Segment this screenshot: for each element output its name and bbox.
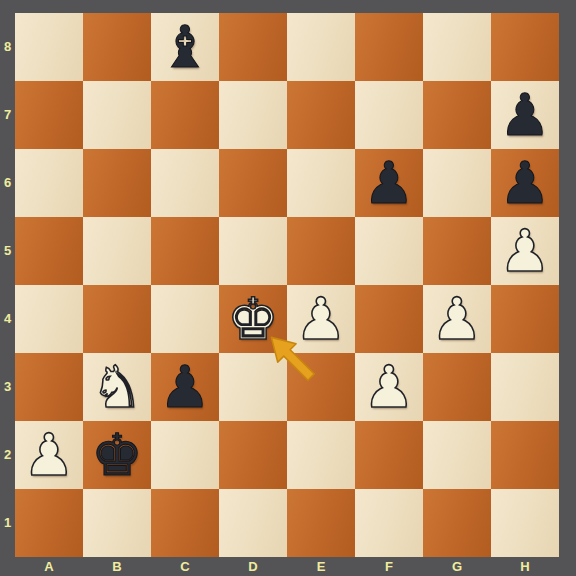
square-h8[interactable] xyxy=(491,13,559,81)
piece-white-knight[interactable]: ♞ xyxy=(83,353,151,421)
rank-label-8: 8 xyxy=(0,13,15,81)
file-label-h: H xyxy=(491,557,559,576)
square-g8[interactable] xyxy=(423,13,491,81)
square-f3[interactable]: ♟ xyxy=(355,353,423,421)
rank-label-1: 1 xyxy=(0,489,15,557)
rank-label-4: 4 xyxy=(0,285,15,353)
square-g1[interactable] xyxy=(423,489,491,557)
rank-label-7: 7 xyxy=(0,81,15,149)
piece-white-king[interactable]: ♚ xyxy=(219,285,287,353)
square-e5[interactable] xyxy=(287,217,355,285)
square-a1[interactable] xyxy=(15,489,83,557)
square-c7[interactable] xyxy=(151,81,219,149)
piece-black-pawn[interactable]: ♟ xyxy=(355,149,423,217)
square-b4[interactable] xyxy=(83,285,151,353)
square-b1[interactable] xyxy=(83,489,151,557)
square-f7[interactable] xyxy=(355,81,423,149)
square-b5[interactable] xyxy=(83,217,151,285)
square-e2[interactable] xyxy=(287,421,355,489)
square-f8[interactable] xyxy=(355,13,423,81)
square-d2[interactable] xyxy=(219,421,287,489)
rank-label-5: 5 xyxy=(0,217,15,285)
square-c1[interactable] xyxy=(151,489,219,557)
square-g2[interactable] xyxy=(423,421,491,489)
piece-black-king[interactable]: ♚ xyxy=(83,421,151,489)
piece-white-pawn[interactable]: ♟ xyxy=(355,353,423,421)
square-a6[interactable] xyxy=(15,149,83,217)
square-c6[interactable] xyxy=(151,149,219,217)
square-f4[interactable] xyxy=(355,285,423,353)
square-d5[interactable] xyxy=(219,217,287,285)
square-h7[interactable]: ♟ xyxy=(491,81,559,149)
file-label-e: E xyxy=(287,557,355,576)
square-c3[interactable]: ♟ xyxy=(151,353,219,421)
square-h4[interactable] xyxy=(491,285,559,353)
file-label-c: C xyxy=(151,557,219,576)
square-b2[interactable]: ♚ xyxy=(83,421,151,489)
square-d7[interactable] xyxy=(219,81,287,149)
square-e6[interactable] xyxy=(287,149,355,217)
piece-white-pawn[interactable]: ♟ xyxy=(491,217,559,285)
piece-black-pawn[interactable]: ♟ xyxy=(151,353,219,421)
square-g6[interactable] xyxy=(423,149,491,217)
square-b8[interactable] xyxy=(83,13,151,81)
square-h3[interactable] xyxy=(491,353,559,421)
square-h6[interactable]: ♟ xyxy=(491,149,559,217)
square-c5[interactable] xyxy=(151,217,219,285)
piece-black-pawn[interactable]: ♟ xyxy=(491,149,559,217)
square-e1[interactable] xyxy=(287,489,355,557)
square-a7[interactable] xyxy=(15,81,83,149)
square-a5[interactable] xyxy=(15,217,83,285)
square-h5[interactable]: ♟ xyxy=(491,217,559,285)
piece-white-pawn[interactable]: ♟ xyxy=(15,421,83,489)
square-c4[interactable] xyxy=(151,285,219,353)
piece-white-pawn[interactable]: ♟ xyxy=(423,285,491,353)
square-f5[interactable] xyxy=(355,217,423,285)
square-b7[interactable] xyxy=(83,81,151,149)
square-g7[interactable] xyxy=(423,81,491,149)
chess-board-app: ♝♟♟♟♟♚♟♟♞♟♟♟♚ 87654321 ABCDEFGH xyxy=(0,0,576,576)
square-d6[interactable] xyxy=(219,149,287,217)
square-f1[interactable] xyxy=(355,489,423,557)
square-e8[interactable] xyxy=(287,13,355,81)
square-a2[interactable]: ♟ xyxy=(15,421,83,489)
square-b3[interactable]: ♞ xyxy=(83,353,151,421)
square-f6[interactable]: ♟ xyxy=(355,149,423,217)
square-a4[interactable] xyxy=(15,285,83,353)
chess-board: ♝♟♟♟♟♚♟♟♞♟♟♟♚ xyxy=(15,13,559,557)
square-d8[interactable] xyxy=(219,13,287,81)
file-label-b: B xyxy=(83,557,151,576)
square-a8[interactable] xyxy=(15,13,83,81)
square-g5[interactable] xyxy=(423,217,491,285)
square-h1[interactable] xyxy=(491,489,559,557)
file-label-a: A xyxy=(15,557,83,576)
square-d1[interactable] xyxy=(219,489,287,557)
piece-white-pawn[interactable]: ♟ xyxy=(287,285,355,353)
square-c8[interactable]: ♝ xyxy=(151,13,219,81)
square-c2[interactable] xyxy=(151,421,219,489)
square-g3[interactable] xyxy=(423,353,491,421)
rank-label-3: 3 xyxy=(0,353,15,421)
file-label-f: F xyxy=(355,557,423,576)
square-e4[interactable]: ♟ xyxy=(287,285,355,353)
rank-label-6: 6 xyxy=(0,149,15,217)
piece-black-bishop[interactable]: ♝ xyxy=(151,13,219,81)
square-b6[interactable] xyxy=(83,149,151,217)
square-a3[interactable] xyxy=(15,353,83,421)
file-label-d: D xyxy=(219,557,287,576)
rank-label-2: 2 xyxy=(0,421,15,489)
square-e7[interactable] xyxy=(287,81,355,149)
square-d4[interactable]: ♚ xyxy=(219,285,287,353)
file-label-g: G xyxy=(423,557,491,576)
square-h2[interactable] xyxy=(491,421,559,489)
piece-black-pawn[interactable]: ♟ xyxy=(491,81,559,149)
square-g4[interactable]: ♟ xyxy=(423,285,491,353)
square-d3[interactable] xyxy=(219,353,287,421)
square-e3[interactable] xyxy=(287,353,355,421)
square-f2[interactable] xyxy=(355,421,423,489)
